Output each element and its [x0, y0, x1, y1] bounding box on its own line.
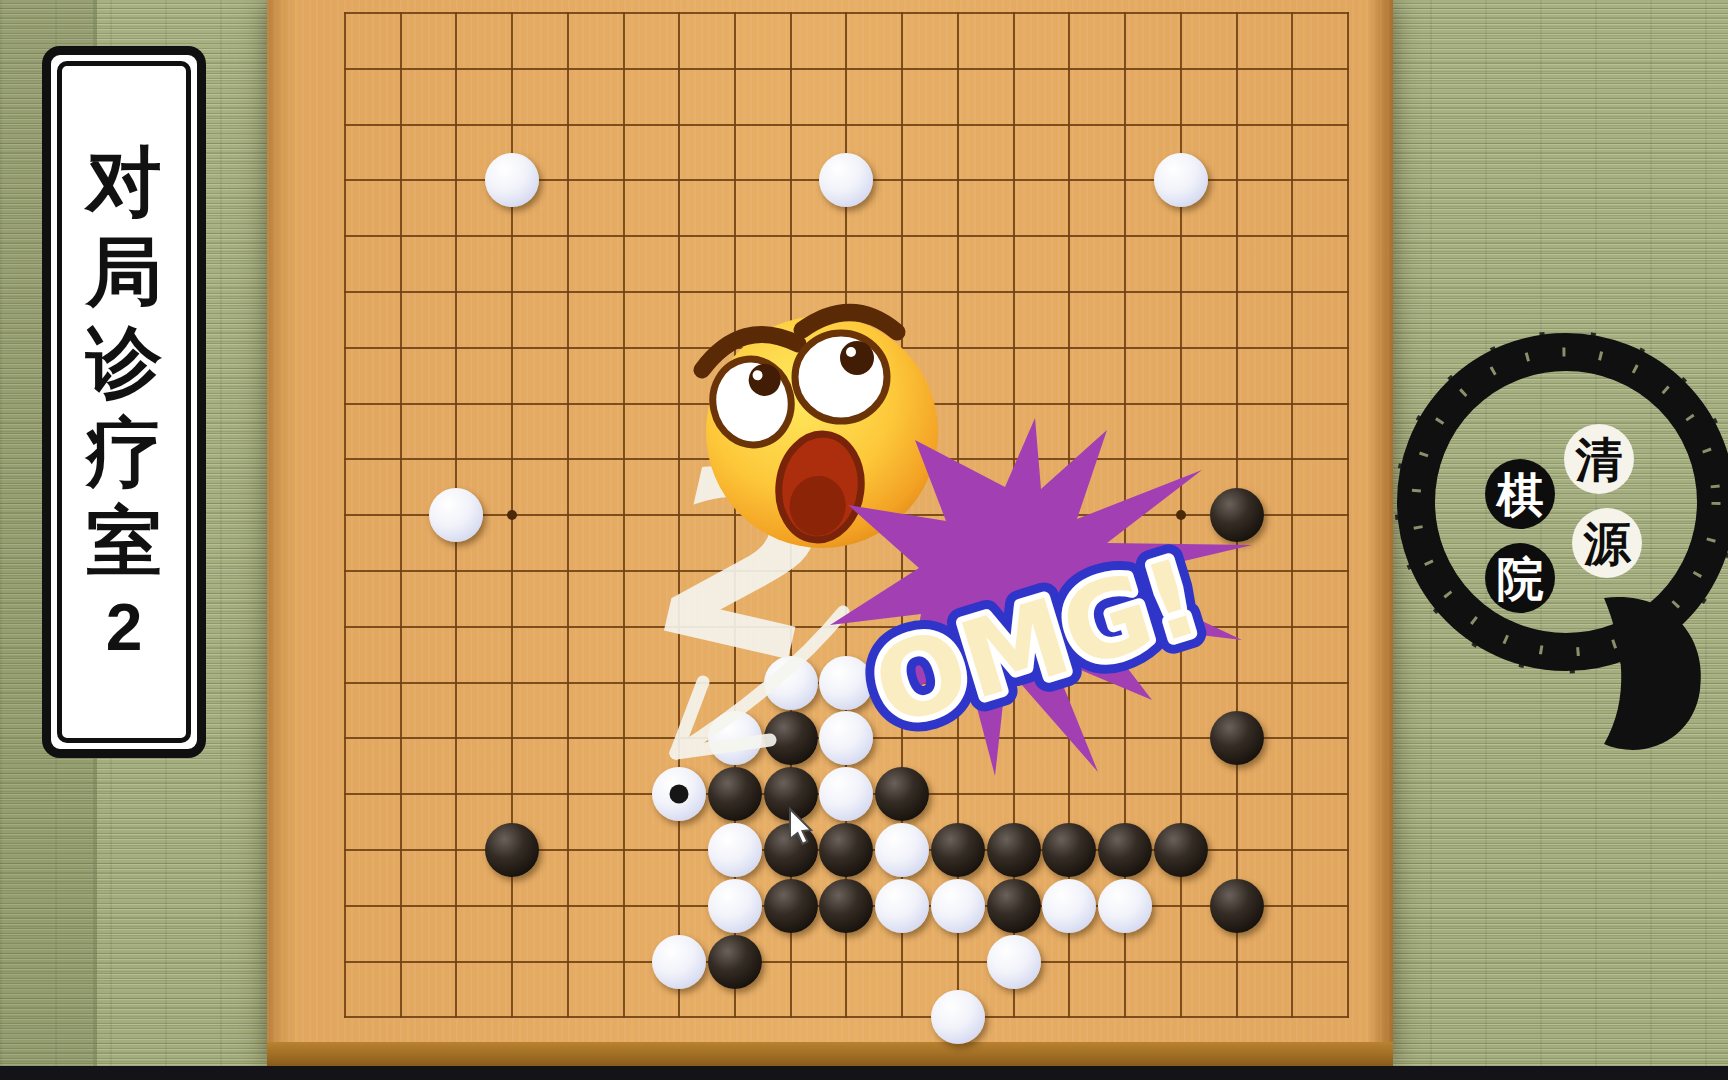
white-stone — [1098, 879, 1152, 933]
board-bottom-edge — [267, 1042, 1393, 1066]
title-banner-inner: 对 局 诊 疗 室 2 — [57, 61, 191, 743]
grid-line-horizontal — [344, 570, 1349, 572]
banner-char: 疗 — [86, 414, 162, 490]
black-stone — [764, 711, 818, 765]
banner-char: 对 — [86, 144, 162, 220]
black-stone — [764, 879, 818, 933]
black-stone — [1154, 823, 1208, 877]
white-stone — [875, 823, 929, 877]
white-stone — [652, 767, 706, 821]
star-point — [1176, 510, 1186, 520]
black-stone — [875, 767, 929, 821]
go-board[interactable] — [267, 0, 1393, 1066]
white-stone — [987, 935, 1041, 989]
grid-line-horizontal — [344, 68, 1349, 70]
black-stone — [987, 879, 1041, 933]
banner-char: 局 — [86, 234, 162, 310]
white-stone — [764, 656, 818, 710]
white-stone — [819, 767, 873, 821]
star-point — [841, 510, 851, 520]
white-stone — [652, 935, 706, 989]
black-stone — [987, 823, 1041, 877]
grid-line-horizontal — [344, 235, 1349, 237]
title-banner: 对 局 诊 疗 室 2 — [42, 46, 206, 758]
grid-line-horizontal — [344, 626, 1349, 628]
white-stone — [708, 823, 762, 877]
scene: 对 局 诊 疗 室 2 2 — [0, 0, 1728, 1080]
white-stone — [485, 153, 539, 207]
black-stone — [708, 767, 762, 821]
black-stone — [1210, 711, 1264, 765]
black-stone — [1098, 823, 1152, 877]
white-stone — [819, 656, 873, 710]
banner-char: 室 — [86, 504, 162, 580]
bottom-letterbox-bar — [0, 1066, 1728, 1080]
black-stone — [1042, 823, 1096, 877]
grid-line-horizontal — [344, 1016, 1349, 1018]
grid-line-horizontal — [344, 403, 1349, 405]
white-stone — [819, 153, 873, 207]
white-stone — [875, 879, 929, 933]
black-stone — [819, 823, 873, 877]
black-stone — [1210, 488, 1264, 542]
black-stone — [764, 767, 818, 821]
grid-line-horizontal — [344, 291, 1349, 293]
white-stone — [931, 879, 985, 933]
white-stone — [429, 488, 483, 542]
grid-line-horizontal — [344, 961, 1349, 963]
white-stone — [708, 879, 762, 933]
grid-line-horizontal — [344, 458, 1349, 460]
white-stone — [1042, 879, 1096, 933]
white-stone — [931, 990, 985, 1044]
banner-char: 诊 — [86, 324, 162, 400]
black-stone — [708, 935, 762, 989]
grid-line-horizontal — [344, 124, 1349, 126]
last-move-marker — [670, 785, 689, 804]
white-stone — [708, 711, 762, 765]
star-point — [507, 510, 517, 520]
black-stone — [819, 879, 873, 933]
white-stone — [1154, 153, 1208, 207]
black-stone — [485, 823, 539, 877]
black-stone — [764, 823, 818, 877]
black-stone — [931, 823, 985, 877]
white-stone — [819, 711, 873, 765]
banner-number: 2 — [106, 594, 143, 660]
black-stone — [1210, 879, 1264, 933]
grid-line-horizontal — [344, 12, 1349, 14]
grid-line-horizontal — [344, 347, 1349, 349]
